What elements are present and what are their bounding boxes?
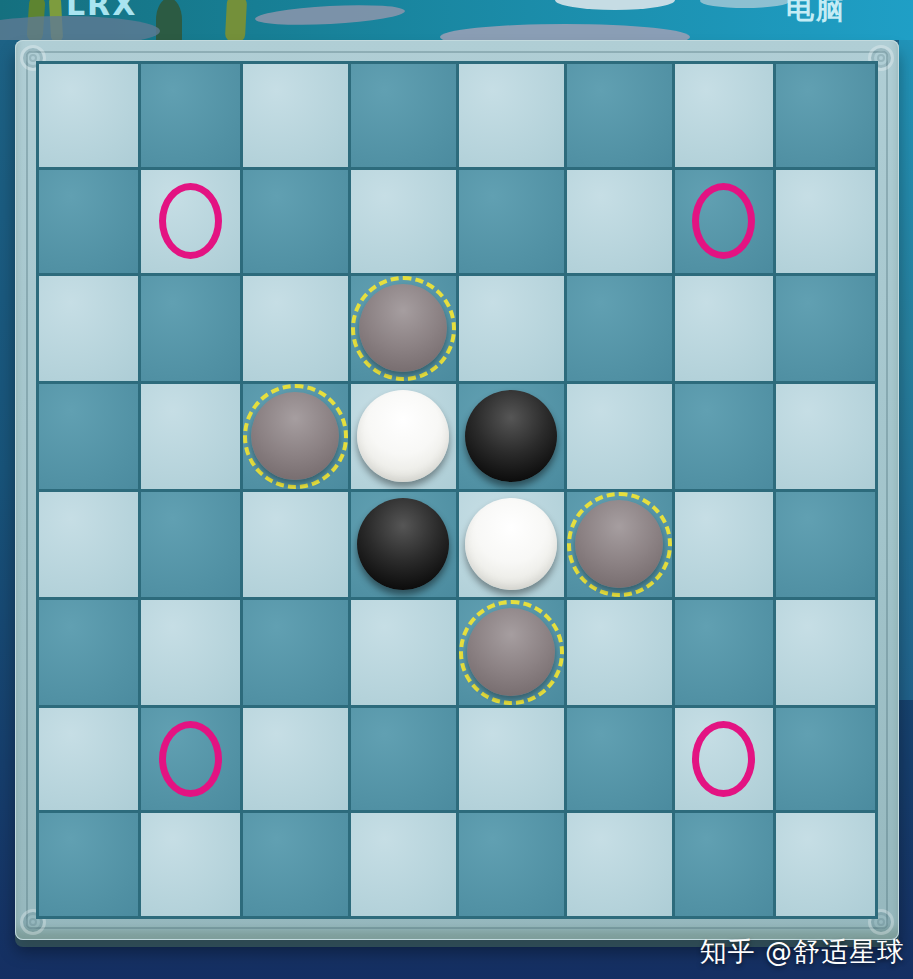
black-disc xyxy=(357,498,449,590)
cell-c4[interactable] xyxy=(243,384,348,489)
x-square-annotation xyxy=(692,183,755,259)
cell-h6[interactable] xyxy=(776,600,875,705)
lily-pad xyxy=(440,24,690,40)
hint-move-ring[interactable] xyxy=(243,384,348,489)
cell-a8[interactable] xyxy=(39,813,138,916)
player-name-right: 电脑 xyxy=(786,0,846,28)
cell-c1[interactable] xyxy=(243,64,348,167)
cell-b2[interactable] xyxy=(141,170,240,273)
cell-a7[interactable] xyxy=(39,708,138,811)
water-edge xyxy=(899,40,913,700)
cell-d7[interactable] xyxy=(351,708,456,811)
cell-g5[interactable] xyxy=(675,492,774,597)
cell-f3[interactable] xyxy=(567,276,672,381)
cell-h3[interactable] xyxy=(776,276,875,381)
cell-b3[interactable] xyxy=(141,276,240,381)
cell-c7[interactable] xyxy=(243,708,348,811)
cell-h4[interactable] xyxy=(776,384,875,489)
cell-e4[interactable] xyxy=(459,384,564,489)
player-name-left: LRX xyxy=(66,0,137,22)
cell-f4[interactable] xyxy=(567,384,672,489)
hint-disc xyxy=(251,392,339,480)
x-square-annotation xyxy=(159,721,222,797)
cell-d2[interactable] xyxy=(351,170,456,273)
cell-b4[interactable] xyxy=(141,384,240,489)
hint-disc xyxy=(467,608,555,696)
cell-g3[interactable] xyxy=(675,276,774,381)
bamboo-stalk xyxy=(225,0,247,40)
cell-e6[interactable] xyxy=(459,600,564,705)
cell-a4[interactable] xyxy=(39,384,138,489)
cell-a5[interactable] xyxy=(39,492,138,597)
lily-pad xyxy=(700,0,790,8)
cell-e7[interactable] xyxy=(459,708,564,811)
board-grid xyxy=(36,61,878,919)
cell-g7[interactable] xyxy=(675,708,774,811)
cell-d5[interactable] xyxy=(351,492,456,597)
lily-pad xyxy=(255,2,406,28)
cell-b7[interactable] xyxy=(141,708,240,811)
x-square-annotation xyxy=(692,721,755,797)
hint-disc xyxy=(575,500,663,588)
white-disc xyxy=(465,498,557,590)
white-disc xyxy=(357,390,449,482)
cell-d1[interactable] xyxy=(351,64,456,167)
hint-move-ring[interactable] xyxy=(567,492,672,597)
cell-g8[interactable] xyxy=(675,813,774,916)
cell-e5[interactable] xyxy=(459,492,564,597)
game-scene: LRX 电脑 知乎 @舒适星球 xyxy=(0,0,913,979)
cell-c3[interactable] xyxy=(243,276,348,381)
cell-a2[interactable] xyxy=(39,170,138,273)
hint-move-ring[interactable] xyxy=(459,600,564,705)
x-square-annotation xyxy=(159,183,222,259)
cell-g2[interactable] xyxy=(675,170,774,273)
cell-h2[interactable] xyxy=(776,170,875,273)
cell-b1[interactable] xyxy=(141,64,240,167)
cell-a6[interactable] xyxy=(39,600,138,705)
cell-h1[interactable] xyxy=(776,64,875,167)
hint-disc xyxy=(359,284,447,372)
cell-b6[interactable] xyxy=(141,600,240,705)
cell-d6[interactable] xyxy=(351,600,456,705)
cell-d8[interactable] xyxy=(351,813,456,916)
hint-move-ring[interactable] xyxy=(351,276,456,381)
cell-c6[interactable] xyxy=(243,600,348,705)
othello-board xyxy=(15,40,899,940)
cell-c5[interactable] xyxy=(243,492,348,597)
cell-a3[interactable] xyxy=(39,276,138,381)
cell-g4[interactable] xyxy=(675,384,774,489)
lily-pad xyxy=(555,0,675,10)
cell-d4[interactable] xyxy=(351,384,456,489)
cell-g1[interactable] xyxy=(675,64,774,167)
cell-f8[interactable] xyxy=(567,813,672,916)
cell-b8[interactable] xyxy=(141,813,240,916)
watermark-text: 知乎 @舒适星球 xyxy=(699,934,905,970)
cell-f2[interactable] xyxy=(567,170,672,273)
cell-e2[interactable] xyxy=(459,170,564,273)
cell-e1[interactable] xyxy=(459,64,564,167)
cell-h8[interactable] xyxy=(776,813,875,916)
cell-e8[interactable] xyxy=(459,813,564,916)
black-disc xyxy=(465,390,557,482)
pond-background: LRX 电脑 xyxy=(0,0,913,40)
cell-c2[interactable] xyxy=(243,170,348,273)
plant-leaf xyxy=(156,0,182,40)
cell-a1[interactable] xyxy=(39,64,138,167)
cell-c8[interactable] xyxy=(243,813,348,916)
cell-b5[interactable] xyxy=(141,492,240,597)
cell-h5[interactable] xyxy=(776,492,875,597)
cell-f6[interactable] xyxy=(567,600,672,705)
cell-g6[interactable] xyxy=(675,600,774,705)
cell-f1[interactable] xyxy=(567,64,672,167)
cell-d3[interactable] xyxy=(351,276,456,381)
cell-h7[interactable] xyxy=(776,708,875,811)
cell-f7[interactable] xyxy=(567,708,672,811)
cell-e3[interactable] xyxy=(459,276,564,381)
cell-f5[interactable] xyxy=(567,492,672,597)
